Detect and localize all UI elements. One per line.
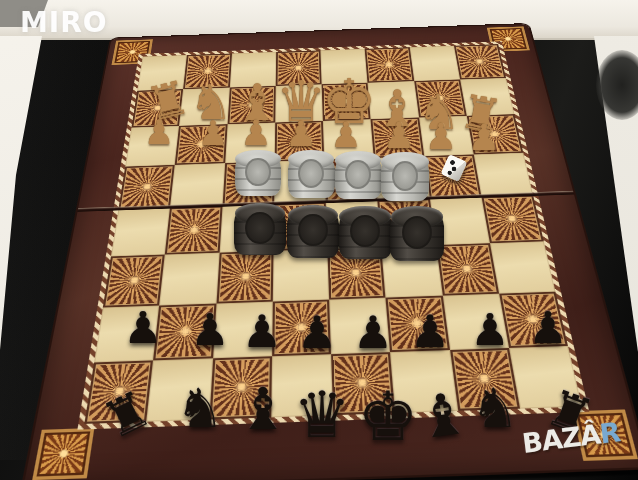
photo-scene: ♜♞♝♛♚♝♞♜♟♟♟♟♟♟♟♟♟♟♟♟♟♟♟♟♜♞♝♛♚♝♞♜ MIRO BA… bbox=[0, 0, 638, 480]
piece-white-pawn[interactable]: ♟ bbox=[468, 120, 500, 156]
checker-stack-dark[interactable] bbox=[234, 210, 286, 255]
piece-white-pawn[interactable]: ♟ bbox=[330, 118, 361, 153]
piece-black-pawn[interactable]: ♟ bbox=[470, 308, 509, 352]
checker-stack-dark[interactable] bbox=[339, 213, 392, 259]
piece-black-queen[interactable]: ♛ bbox=[293, 383, 350, 447]
checker-ring bbox=[245, 212, 274, 244]
checker-stack-dark[interactable] bbox=[287, 212, 339, 258]
piece-white-pawn[interactable]: ♟ bbox=[198, 116, 228, 150]
piece-black-pawn[interactable]: ♟ bbox=[528, 306, 567, 350]
piece-black-knight[interactable]: ♞ bbox=[471, 382, 519, 436]
checker-ring bbox=[298, 214, 327, 247]
piece-black-knight[interactable]: ♞ bbox=[176, 382, 224, 436]
piece-black-rook[interactable]: ♜ bbox=[96, 383, 158, 448]
piece-black-king[interactable]: ♚ bbox=[358, 383, 419, 451]
checker-stack-white[interactable] bbox=[235, 156, 281, 196]
checker-stack-white[interactable] bbox=[381, 159, 429, 201]
piece-white-pawn[interactable]: ♟ bbox=[240, 116, 271, 151]
piece-black-bishop[interactable]: ♝ bbox=[237, 380, 289, 438]
piece-black-pawn[interactable]: ♟ bbox=[353, 310, 393, 355]
dice[interactable] bbox=[440, 154, 467, 182]
checker-ring bbox=[298, 159, 324, 188]
piece-black-bishop[interactable]: ♝ bbox=[413, 383, 473, 448]
checker-stack-white[interactable] bbox=[288, 157, 335, 198]
checker-ring bbox=[350, 215, 380, 248]
checker-stack-dark[interactable] bbox=[390, 214, 444, 261]
checker-ring bbox=[402, 216, 432, 249]
pieces-layer: ♜♞♝♛♚♝♞♜♟♟♟♟♟♟♟♟♟♟♟♟♟♟♟♟♜♞♝♛♚♝♞♜ bbox=[0, 0, 638, 480]
piece-black-pawn[interactable]: ♟ bbox=[242, 309, 282, 354]
brand-text-accent: R bbox=[598, 416, 621, 449]
piece-white-pawn[interactable]: ♟ bbox=[144, 115, 174, 149]
piece-white-pawn[interactable]: ♟ bbox=[383, 118, 415, 154]
piece-black-pawn[interactable]: ♟ bbox=[297, 310, 337, 355]
piece-black-pawn[interactable]: ♟ bbox=[123, 306, 162, 350]
checker-ring bbox=[245, 158, 271, 187]
checker-ring bbox=[392, 161, 419, 191]
piece-black-pawn[interactable]: ♟ bbox=[410, 309, 450, 354]
piece-white-pawn[interactable]: ♟ bbox=[285, 117, 316, 152]
checker-ring bbox=[345, 160, 371, 189]
checker-stack-white[interactable] bbox=[335, 158, 382, 199]
piece-white-pawn[interactable]: ♟ bbox=[425, 119, 457, 155]
watermark-miro: MIRO bbox=[20, 6, 108, 39]
piece-black-pawn[interactable]: ♟ bbox=[190, 308, 229, 352]
